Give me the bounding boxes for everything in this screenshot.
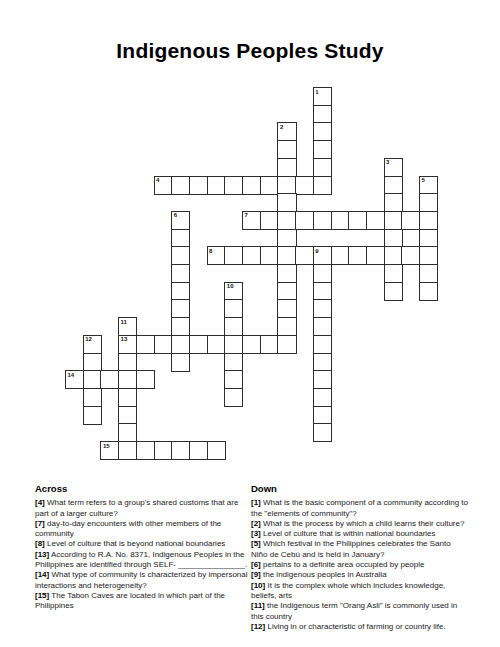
grid-cell-r16c0[interactable]: 14	[65, 370, 84, 389]
down-clue-2: [2] What is the process by which a child…	[251, 519, 469, 529]
grid-cell-r20c7[interactable]	[189, 441, 208, 460]
grid-cell-r15c1[interactable]	[83, 353, 102, 372]
grid-cell-r7c6[interactable]: 6	[171, 211, 190, 230]
grid-cell-r12c14[interactable]	[313, 299, 332, 318]
down-clue-9: [9] the indigenous peoples in Australia	[251, 570, 469, 580]
cell-number-13: 13	[121, 336, 128, 342]
grid-cell-r3c12[interactable]	[277, 140, 296, 159]
down-clue-12: [12] Living in or characteristic of farm…	[251, 622, 469, 632]
grid-cell-r0c14[interactable]: 1	[313, 87, 332, 106]
grid-cell-r7c17[interactable]	[366, 211, 385, 230]
across-clue-number-8: [8]	[35, 539, 45, 548]
grid-cell-r9c15[interactable]	[331, 246, 350, 265]
down-clue-6: [6] pertains to a definite area occupied…	[251, 560, 469, 570]
across-clue-4: [4] What term refers to a group's shared…	[35, 498, 251, 519]
grid-cell-r9c10[interactable]	[242, 246, 261, 265]
grid-cell-r14c6[interactable]	[171, 335, 190, 354]
grid-cell-r6c18[interactable]	[384, 193, 403, 212]
cell-number-7: 7	[245, 212, 248, 218]
grid-cell-r7c14[interactable]	[313, 211, 332, 230]
grid-cell-r16c1[interactable]	[83, 370, 102, 389]
grid-cell-r18c14[interactable]	[313, 406, 332, 425]
grid-cell-r9c14[interactable]: 9	[313, 246, 332, 265]
down-clue-number-5: [5]	[251, 539, 261, 548]
grid-cell-r10c18[interactable]	[384, 264, 403, 283]
grid-cell-r13c6[interactable]	[171, 317, 190, 336]
grid-cell-r7c20[interactable]	[419, 211, 438, 230]
grid-cell-r14c8[interactable]	[207, 335, 226, 354]
down-clue-5: [5] Which festival in the Philippines ce…	[251, 539, 469, 560]
grid-cell-r10c14[interactable]	[313, 264, 332, 283]
grid-cell-r3c14[interactable]	[313, 140, 332, 159]
grid-cell-r5c20[interactable]: 5	[419, 176, 438, 195]
grid-cell-r9c19[interactable]	[401, 246, 420, 265]
grid-cell-r19c3[interactable]	[118, 423, 137, 442]
across-clue-number-4: [4]	[35, 498, 45, 507]
grid-cell-r20c6[interactable]	[171, 441, 190, 460]
grid-cell-r9c13[interactable]	[295, 246, 314, 265]
grid-cell-r5c14[interactable]	[313, 176, 332, 195]
down-clue-number-1: [1]	[251, 498, 261, 507]
across-clue-number-14: [14]	[35, 570, 49, 579]
grid-cell-r17c14[interactable]	[313, 388, 332, 407]
grid-cell-r20c4[interactable]	[136, 441, 155, 460]
grid-cell-r14c9[interactable]	[224, 335, 243, 354]
grid-cell-r11c20[interactable]	[419, 282, 438, 301]
grid-cell-r5c7[interactable]	[189, 176, 208, 195]
down-clue-11: [11] the Indigenous term "Orang Asli" is…	[251, 601, 469, 622]
down-clue-1: [1] What is the basic component of a com…	[251, 498, 469, 519]
cell-number-6: 6	[174, 212, 177, 218]
grid-cell-r5c18[interactable]	[384, 176, 403, 195]
grid-cell-r5c5[interactable]: 4	[154, 176, 173, 195]
grid-cell-r14c10[interactable]	[242, 335, 261, 354]
grid-cell-r1c14[interactable]	[313, 105, 332, 124]
grid-cell-r13c12[interactable]	[277, 317, 296, 336]
grid-cell-r16c4[interactable]	[136, 370, 155, 389]
cell-number-9: 9	[315, 248, 318, 254]
grid-cell-r14c14[interactable]	[313, 335, 332, 354]
grid-cell-r11c6[interactable]	[171, 282, 190, 301]
grid-cell-r2c14[interactable]	[313, 122, 332, 141]
grid-cell-r20c8[interactable]	[207, 441, 226, 460]
across-clue-number-13: [13]	[35, 550, 49, 559]
down-clue-number-9: [9]	[251, 570, 261, 579]
grid-cell-r14c1[interactable]: 12	[83, 335, 102, 354]
grid-cell-r8c6[interactable]	[171, 229, 190, 248]
across-clue-7: [7] day-to-day encounters with other mem…	[35, 519, 251, 540]
grid-cell-r8c12[interactable]	[277, 229, 296, 248]
grid-cell-r9c9[interactable]	[224, 246, 243, 265]
grid-cell-r6c20[interactable]	[419, 193, 438, 212]
across-header: Across	[35, 484, 251, 494]
grid-cell-r7c19[interactable]	[401, 211, 420, 230]
grid-cell-r16c2[interactable]	[100, 370, 119, 389]
grid-cell-r7c10[interactable]: 7	[242, 211, 261, 230]
cell-number-14: 14	[68, 372, 75, 378]
grid-cell-r9c18[interactable]	[384, 246, 403, 265]
grid-cell-r7c16[interactable]	[348, 211, 367, 230]
grid-cell-r5c10[interactable]	[242, 176, 261, 195]
down-clue-number-6: [6]	[251, 560, 261, 569]
down-clue-list: [1] What is the basic component of a com…	[251, 498, 469, 632]
grid-cell-r7c12[interactable]	[277, 211, 296, 230]
across-clue-number-7: [7]	[35, 519, 45, 528]
grid-cell-r5c8[interactable]	[207, 176, 226, 195]
grid-cell-r11c12[interactable]	[277, 282, 296, 301]
grid-cell-r14c7[interactable]	[189, 335, 208, 354]
grid-cell-r4c18[interactable]: 3	[384, 158, 403, 177]
grid-cell-r11c14[interactable]	[313, 282, 332, 301]
across-clue-list: [4] What term refers to a group's shared…	[35, 498, 251, 611]
across-clue-8: [8] Level of culture that is beyond nati…	[35, 539, 251, 549]
down-clue-10: [10] It is the complex whole which inclu…	[251, 581, 469, 602]
grid-cell-r12c12[interactable]	[277, 299, 296, 318]
across-clue-number-15: [15]	[35, 591, 49, 600]
grid-cell-r9c12[interactable]	[277, 246, 296, 265]
grid-cell-r16c14[interactable]	[313, 370, 332, 389]
grid-cell-r20c3[interactable]	[118, 441, 137, 460]
grid-cell-r20c5[interactable]	[154, 441, 173, 460]
down-clue-number-11: [11]	[251, 601, 265, 610]
cell-number-1: 1	[315, 89, 318, 95]
grid-cell-r6c12[interactable]	[277, 193, 296, 212]
grid-cell-r5c12[interactable]	[277, 176, 296, 195]
grid-cell-r7c18[interactable]	[384, 211, 403, 230]
grid-cell-r15c3[interactable]	[118, 353, 137, 372]
grid-cell-r7c13[interactable]	[295, 211, 314, 230]
grid-cell-r14c3[interactable]: 13	[118, 335, 137, 354]
cell-number-15: 15	[103, 443, 110, 449]
grid-cell-r17c3[interactable]	[118, 388, 137, 407]
grid-cell-r13c3[interactable]: 11	[118, 317, 137, 336]
cell-number-12: 12	[85, 336, 92, 342]
grid-cell-r9c11[interactable]	[260, 246, 279, 265]
down-clue-number-2: [2]	[251, 519, 261, 528]
grid-cell-r15c9[interactable]	[224, 353, 243, 372]
cell-number-8: 8	[209, 248, 212, 254]
grid-cell-r17c1[interactable]	[83, 388, 102, 407]
page-title: Indigenous Peoples Study	[0, 39, 500, 63]
grid-cell-r12c9[interactable]	[224, 299, 243, 318]
grid-cell-r10c12[interactable]	[277, 264, 296, 283]
down-clue-number-3: [3]	[251, 529, 261, 538]
crossword-grid: 123456789101112131415	[65, 87, 439, 461]
grid-cell-r5c9[interactable]	[224, 176, 243, 195]
grid-cell-r11c9[interactable]: 10	[224, 282, 243, 301]
grid-cell-r18c1[interactable]	[83, 406, 102, 425]
grid-cell-r16c3[interactable]	[118, 370, 137, 389]
grid-cell-r19c14[interactable]	[313, 423, 332, 442]
grid-cell-r4c12[interactable]	[277, 158, 296, 177]
grid-cell-r2c12[interactable]: 2	[277, 122, 296, 141]
grid-cell-r5c11[interactable]	[260, 176, 279, 195]
grid-cell-r5c13[interactable]	[295, 176, 314, 195]
grid-cell-r4c14[interactable]	[313, 158, 332, 177]
grid-cell-r18c3[interactable]	[118, 406, 137, 425]
down-clue-number-10: [10]	[251, 581, 265, 590]
grid-cell-r14c5[interactable]	[154, 335, 173, 354]
grid-cell-r16c9[interactable]	[224, 370, 243, 389]
down-header: Down	[251, 484, 469, 494]
grid-cell-r9c16[interactable]	[348, 246, 367, 265]
across-clue-13: [13] According to R.A. No. 8371, Indigen…	[35, 550, 251, 571]
grid-cell-r11c18[interactable]	[384, 282, 403, 301]
grid-cell-r9c20[interactable]	[419, 246, 438, 265]
down-clues-section: Down [1] What is the basic component of …	[251, 484, 469, 632]
grid-cell-r14c4[interactable]	[136, 335, 155, 354]
cell-number-10: 10	[227, 283, 234, 289]
grid-cell-r10c20[interactable]	[419, 264, 438, 283]
cell-number-4: 4	[156, 177, 159, 183]
cell-number-5: 5	[422, 177, 425, 183]
across-clue-15: [15] The Tabon Caves are located in whic…	[35, 591, 251, 612]
grid-cell-r20c2[interactable]: 15	[100, 441, 119, 460]
across-clue-14: [14] What type of community is character…	[35, 570, 251, 591]
down-clue-3: [3] Level of culture that is within nati…	[251, 529, 469, 539]
grid-cell-r12c6[interactable]	[171, 299, 190, 318]
grid-cell-r7c15[interactable]	[331, 211, 350, 230]
across-clues-section: Across [4] What term refers to a group's…	[35, 484, 251, 612]
grid-cell-r15c6[interactable]	[171, 353, 190, 372]
grid-cell-r13c9[interactable]	[224, 317, 243, 336]
grid-cell-r8c20[interactable]	[419, 229, 438, 248]
grid-cell-r5c6[interactable]	[171, 176, 190, 195]
down-clue-number-12: [12]	[251, 622, 265, 631]
cell-number-11: 11	[121, 319, 127, 325]
grid-cell-r17c9[interactable]	[224, 388, 243, 407]
grid-cell-r9c17[interactable]	[366, 246, 385, 265]
grid-cell-r7c11[interactable]	[260, 211, 279, 230]
grid-cell-r9c8[interactable]: 8	[207, 246, 226, 265]
cell-number-3: 3	[386, 159, 389, 165]
grid-cell-r10c6[interactable]	[171, 264, 190, 283]
grid-cell-r8c18[interactable]	[384, 229, 403, 248]
grid-cell-r14c12[interactable]	[277, 335, 296, 354]
grid-cell-r13c14[interactable]	[313, 317, 332, 336]
cell-number-2: 2	[280, 124, 283, 130]
grid-cell-r14c11[interactable]	[260, 335, 279, 354]
grid-cell-r9c6[interactable]	[171, 246, 190, 265]
grid-cell-r15c14[interactable]	[313, 353, 332, 372]
